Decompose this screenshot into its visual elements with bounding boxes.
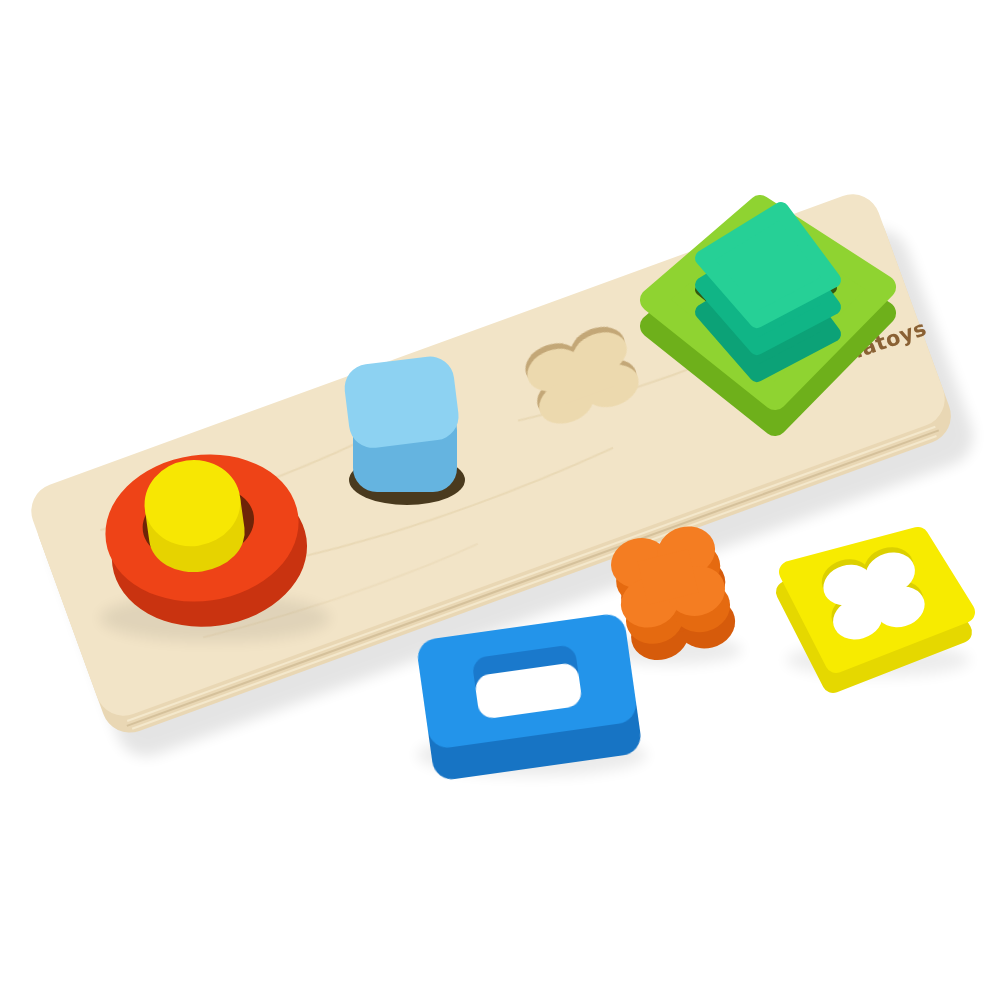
blue-block-top <box>342 354 461 451</box>
product-photo-stage: alatoys <box>0 0 1000 1000</box>
shape-sorter-scene: alatoys <box>0 0 1000 1000</box>
blue-block-piece <box>342 354 465 505</box>
blue-frame-piece <box>415 612 643 782</box>
